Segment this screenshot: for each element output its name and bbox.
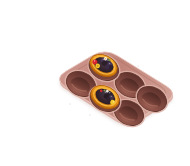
muffin-pan-scene xyxy=(40,16,190,166)
product-photo: Rose gold 6-cup nonstick muffin baking p… xyxy=(40,16,190,166)
